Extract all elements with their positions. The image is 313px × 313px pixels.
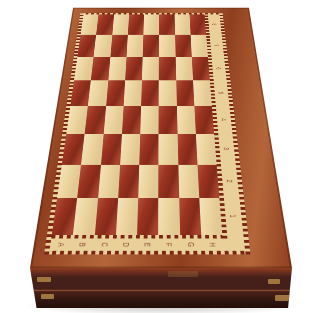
square-d2 <box>118 164 139 198</box>
board-border-band: 87654321 ABCDEFGH <box>44 13 250 255</box>
square-h8 <box>189 14 206 34</box>
square-f8 <box>159 14 175 34</box>
square-d8 <box>128 14 144 34</box>
square-d5 <box>123 80 142 106</box>
file-labels-strip: ABCDEFGH <box>49 239 223 251</box>
square-e4 <box>140 106 159 134</box>
square-g6 <box>175 57 193 81</box>
square-h3 <box>196 134 217 165</box>
square-h7 <box>190 35 207 57</box>
brass-hinge-right-top-icon <box>268 279 280 284</box>
square-b7 <box>94 35 112 57</box>
square-f1 <box>158 198 179 235</box>
square-h1 <box>199 198 222 235</box>
square-f4 <box>159 106 177 134</box>
square-c8 <box>112 14 129 34</box>
square-e8 <box>143 14 159 34</box>
square-c2 <box>98 164 120 198</box>
square-g5 <box>176 80 194 106</box>
square-h2 <box>197 164 219 198</box>
square-b6 <box>91 57 110 81</box>
square-h5 <box>193 80 212 106</box>
square-c1 <box>94 198 118 235</box>
square-d3 <box>120 134 140 165</box>
square-f3 <box>159 134 178 165</box>
square-h4 <box>194 106 214 134</box>
file-label-b: B <box>74 237 92 253</box>
product-photo-stage: 87654321 ABCDEFGH <box>0 0 313 313</box>
square-g8 <box>174 14 190 34</box>
square-e5 <box>141 80 159 106</box>
file-label-e: E <box>139 237 156 253</box>
square-c4 <box>103 106 123 134</box>
brass-hinge-left-bottom-icon <box>41 294 54 299</box>
square-e2 <box>138 164 158 198</box>
square-e7 <box>143 35 159 57</box>
square-c3 <box>101 134 122 165</box>
box-lid-seam <box>30 290 292 291</box>
square-h6 <box>192 57 210 81</box>
square-d1 <box>116 198 138 235</box>
square-f6 <box>159 57 176 81</box>
file-label-d: D <box>117 237 134 253</box>
file-label-a: A <box>52 237 71 253</box>
brass-hinge-right-bottom-icon <box>275 295 290 301</box>
square-c5 <box>106 80 125 106</box>
square-e3 <box>139 134 158 165</box>
brass-clasp-icon <box>168 271 198 277</box>
chess-board-top: 87654321 ABCDEFGH <box>30 8 292 268</box>
file-label-c: C <box>95 237 113 253</box>
square-g1 <box>179 198 201 235</box>
file-label-f: F <box>161 237 178 253</box>
square-d7 <box>126 35 143 57</box>
file-label-g: G <box>182 237 199 253</box>
square-d6 <box>125 57 143 81</box>
square-d4 <box>122 106 141 134</box>
brass-hinge-left-top-icon <box>37 277 51 282</box>
square-b8 <box>96 14 113 34</box>
square-c6 <box>108 57 126 81</box>
square-g2 <box>178 164 199 198</box>
square-c7 <box>110 35 128 57</box>
square-e1 <box>137 198 158 235</box>
square-f5 <box>159 80 177 106</box>
square-g7 <box>175 35 192 57</box>
square-f2 <box>158 164 178 198</box>
box-front-side <box>30 268 292 308</box>
square-g3 <box>177 134 197 165</box>
file-label-h: H <box>204 237 222 253</box>
square-f7 <box>159 35 175 57</box>
square-g4 <box>177 106 196 134</box>
square-e6 <box>142 57 159 81</box>
